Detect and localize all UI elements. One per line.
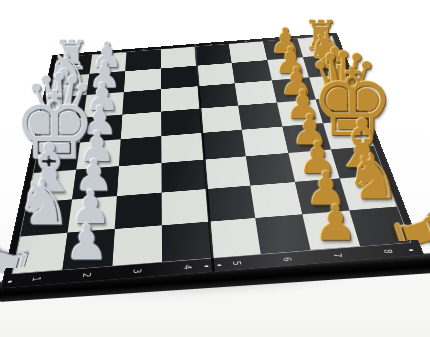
rank-label: 4	[181, 264, 192, 269]
square-f4	[161, 160, 206, 193]
square-e4	[161, 133, 204, 163]
piece-gold-rook: ♜	[383, 201, 430, 266]
rank-label: 7	[331, 252, 343, 257]
square-e3	[119, 136, 161, 166]
square-h7: ♟	[303, 211, 361, 251]
square-f3	[117, 163, 162, 196]
square-h8: ♜	[350, 207, 410, 246]
frame-screw	[8, 281, 12, 283]
rank-label: 6	[281, 256, 293, 261]
piece-silver-pawn: ♟	[65, 220, 109, 266]
square-d5	[200, 106, 242, 133]
square-c5	[198, 83, 239, 108]
far-edge-mark	[245, 41, 247, 42]
chessboard: ♜♟♟♜♞♟♟♞♝♟♟♝♛♟♟♛♚♟♟♚♝♟♟♝♞♟♟♞♜♟♟♜ 1234567…	[1, 33, 425, 289]
far-edge-mark	[211, 44, 213, 45]
rank-label: 2	[81, 272, 92, 277]
square-h6	[256, 214, 311, 254]
square-h1: ♜	[13, 233, 68, 274]
piece-gold-pawn: ♟	[313, 200, 357, 246]
rank-label: 3	[131, 268, 142, 273]
rank-label: 5	[231, 260, 242, 265]
product-photo: ♜♟♟♜♞♟♟♞♝♟♟♝♛♟♟♛♚♟♟♚♝♟♟♝♞♟♟♞♜♟♟♜ 1234567…	[0, 0, 430, 337]
piece-silver-knight: ♞	[16, 174, 72, 234]
square-f5	[204, 156, 251, 189]
square-c4	[161, 86, 200, 111]
square-e5	[202, 130, 247, 160]
square-h5	[209, 218, 262, 258]
square-d3	[120, 112, 161, 140]
piece-silver-rook: ♜	[0, 232, 38, 295]
far-edge-mark	[142, 49, 144, 50]
square-g3	[114, 193, 161, 229]
square-d4	[161, 109, 202, 137]
square-h4	[162, 222, 212, 262]
square-h3	[112, 225, 162, 265]
square-g6	[251, 182, 303, 218]
frame-screw	[217, 264, 221, 266]
square-d6	[238, 102, 282, 129]
square-e6	[242, 127, 289, 157]
square-f6	[246, 153, 295, 186]
square-g5	[206, 186, 256, 222]
square-h2: ♟	[62, 229, 114, 270]
far-edge-mark	[177, 46, 179, 47]
square-c3	[122, 89, 161, 114]
square-g4	[161, 189, 208, 225]
rank-label: 8	[381, 248, 393, 253]
rank-label: 1	[30, 276, 42, 281]
square-c6	[235, 80, 277, 105]
